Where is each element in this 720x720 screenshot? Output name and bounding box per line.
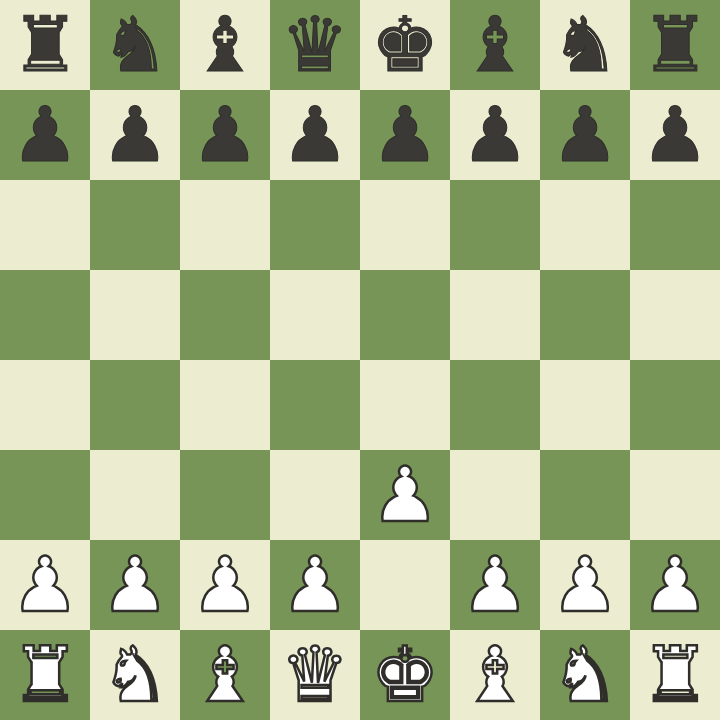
- square-c8[interactable]: ♝: [180, 0, 270, 90]
- piece-white-rook[interactable]: ♜: [11, 630, 79, 720]
- square-f3[interactable]: [450, 450, 540, 540]
- square-b7[interactable]: ♟: [90, 90, 180, 180]
- piece-white-pawn[interactable]: ♟: [101, 540, 169, 630]
- square-g3[interactable]: [540, 450, 630, 540]
- square-a3[interactable]: [0, 450, 90, 540]
- square-d6[interactable]: [270, 180, 360, 270]
- square-b5[interactable]: [90, 270, 180, 360]
- piece-white-pawn[interactable]: ♟: [11, 540, 79, 630]
- piece-white-pawn[interactable]: ♟: [371, 450, 439, 540]
- square-d8[interactable]: ♛: [270, 0, 360, 90]
- piece-black-pawn[interactable]: ♟: [101, 90, 169, 180]
- square-e8[interactable]: ♚: [360, 0, 450, 90]
- square-a8[interactable]: ♜: [0, 0, 90, 90]
- square-a2[interactable]: ♟: [0, 540, 90, 630]
- square-f8[interactable]: ♝: [450, 0, 540, 90]
- piece-white-king[interactable]: ♚: [371, 630, 439, 720]
- square-a7[interactable]: ♟: [0, 90, 90, 180]
- square-g1[interactable]: ♞: [540, 630, 630, 720]
- square-d2[interactable]: ♟: [270, 540, 360, 630]
- square-g6[interactable]: [540, 180, 630, 270]
- square-f5[interactable]: [450, 270, 540, 360]
- square-e7[interactable]: ♟: [360, 90, 450, 180]
- square-h1[interactable]: ♜: [630, 630, 720, 720]
- piece-white-pawn[interactable]: ♟: [641, 540, 709, 630]
- square-h4[interactable]: [630, 360, 720, 450]
- piece-black-rook[interactable]: ♜: [11, 0, 79, 90]
- piece-black-pawn[interactable]: ♟: [461, 90, 529, 180]
- piece-black-pawn[interactable]: ♟: [551, 90, 619, 180]
- piece-white-bishop[interactable]: ♝: [191, 630, 259, 720]
- square-c2[interactable]: ♟: [180, 540, 270, 630]
- square-g4[interactable]: [540, 360, 630, 450]
- square-e1[interactable]: ♚: [360, 630, 450, 720]
- square-c4[interactable]: [180, 360, 270, 450]
- square-g2[interactable]: ♟: [540, 540, 630, 630]
- square-a4[interactable]: [0, 360, 90, 450]
- square-c6[interactable]: [180, 180, 270, 270]
- square-e3[interactable]: ♟: [360, 450, 450, 540]
- square-a5[interactable]: [0, 270, 90, 360]
- square-f6[interactable]: [450, 180, 540, 270]
- square-b6[interactable]: [90, 180, 180, 270]
- square-h2[interactable]: ♟: [630, 540, 720, 630]
- piece-white-rook[interactable]: ♜: [641, 630, 709, 720]
- square-e2[interactable]: [360, 540, 450, 630]
- piece-black-pawn[interactable]: ♟: [641, 90, 709, 180]
- square-a1[interactable]: ♜: [0, 630, 90, 720]
- square-d4[interactable]: [270, 360, 360, 450]
- square-c1[interactable]: ♝: [180, 630, 270, 720]
- piece-black-pawn[interactable]: ♟: [281, 90, 349, 180]
- piece-white-knight[interactable]: ♞: [101, 630, 169, 720]
- square-f1[interactable]: ♝: [450, 630, 540, 720]
- square-b1[interactable]: ♞: [90, 630, 180, 720]
- square-h5[interactable]: [630, 270, 720, 360]
- square-c5[interactable]: [180, 270, 270, 360]
- piece-black-bishop[interactable]: ♝: [191, 0, 259, 90]
- square-b4[interactable]: [90, 360, 180, 450]
- square-h8[interactable]: ♜: [630, 0, 720, 90]
- square-h6[interactable]: [630, 180, 720, 270]
- square-d1[interactable]: ♛: [270, 630, 360, 720]
- square-b3[interactable]: [90, 450, 180, 540]
- square-d5[interactable]: [270, 270, 360, 360]
- square-e5[interactable]: [360, 270, 450, 360]
- square-h3[interactable]: [630, 450, 720, 540]
- piece-white-pawn[interactable]: ♟: [281, 540, 349, 630]
- piece-black-pawn[interactable]: ♟: [11, 90, 79, 180]
- piece-white-knight[interactable]: ♞: [551, 630, 619, 720]
- square-g5[interactable]: [540, 270, 630, 360]
- square-e4[interactable]: [360, 360, 450, 450]
- piece-black-pawn[interactable]: ♟: [191, 90, 259, 180]
- square-b2[interactable]: ♟: [90, 540, 180, 630]
- square-f4[interactable]: [450, 360, 540, 450]
- square-f7[interactable]: ♟: [450, 90, 540, 180]
- piece-black-rook[interactable]: ♜: [641, 0, 709, 90]
- square-c7[interactable]: ♟: [180, 90, 270, 180]
- square-b8[interactable]: ♞: [90, 0, 180, 90]
- piece-white-pawn[interactable]: ♟: [191, 540, 259, 630]
- piece-black-king[interactable]: ♚: [371, 0, 439, 90]
- piece-white-pawn[interactable]: ♟: [551, 540, 619, 630]
- piece-black-knight[interactable]: ♞: [101, 0, 169, 90]
- piece-white-bishop[interactable]: ♝: [461, 630, 529, 720]
- square-h7[interactable]: ♟: [630, 90, 720, 180]
- piece-black-queen[interactable]: ♛: [281, 0, 349, 90]
- square-d7[interactable]: ♟: [270, 90, 360, 180]
- piece-black-bishop[interactable]: ♝: [461, 0, 529, 90]
- square-c3[interactable]: [180, 450, 270, 540]
- piece-black-pawn[interactable]: ♟: [371, 90, 439, 180]
- square-e6[interactable]: [360, 180, 450, 270]
- square-g8[interactable]: ♞: [540, 0, 630, 90]
- chess-board: ♜♞♝♛♚♝♞♜♟♟♟♟♟♟♟♟♟♟♟♟♟♟♟♟♜♞♝♛♚♝♞♜: [0, 0, 720, 720]
- piece-black-knight[interactable]: ♞: [551, 0, 619, 90]
- square-f2[interactable]: ♟: [450, 540, 540, 630]
- square-g7[interactable]: ♟: [540, 90, 630, 180]
- square-d3[interactable]: [270, 450, 360, 540]
- square-a6[interactable]: [0, 180, 90, 270]
- piece-white-queen[interactable]: ♛: [281, 630, 349, 720]
- piece-white-pawn[interactable]: ♟: [461, 540, 529, 630]
